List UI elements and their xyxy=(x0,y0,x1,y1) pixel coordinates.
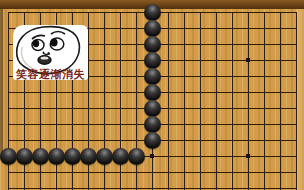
black-stone xyxy=(48,148,65,165)
black-stone xyxy=(144,20,161,37)
teeth xyxy=(41,56,49,59)
black-stone xyxy=(144,84,161,101)
right-pupil xyxy=(50,39,57,47)
black-stone xyxy=(80,148,97,165)
left-pupil xyxy=(33,40,39,48)
black-stone xyxy=(144,116,161,133)
black-stone xyxy=(32,148,49,165)
black-stone xyxy=(128,148,145,165)
nostril-right xyxy=(48,52,50,54)
nostril-left xyxy=(43,52,45,54)
black-stone xyxy=(144,4,161,21)
face-outline xyxy=(17,27,80,74)
black-stone xyxy=(144,68,161,85)
black-stone xyxy=(0,148,17,165)
black-stone xyxy=(144,36,161,53)
black-stone xyxy=(144,100,161,117)
star-point xyxy=(246,154,250,158)
black-stone xyxy=(112,148,129,165)
black-stone xyxy=(16,148,33,165)
black-stone xyxy=(144,52,161,69)
star-point xyxy=(246,58,250,62)
go-board-screen: 笑容逐渐消失 xyxy=(0,0,304,190)
meme-caption: 笑容逐渐消失 xyxy=(13,68,88,80)
black-stone xyxy=(96,148,113,165)
star-point xyxy=(150,154,154,158)
black-stone xyxy=(64,148,81,165)
black-stone xyxy=(144,132,161,149)
meme-overlay: 笑容逐渐消失 xyxy=(13,25,88,80)
